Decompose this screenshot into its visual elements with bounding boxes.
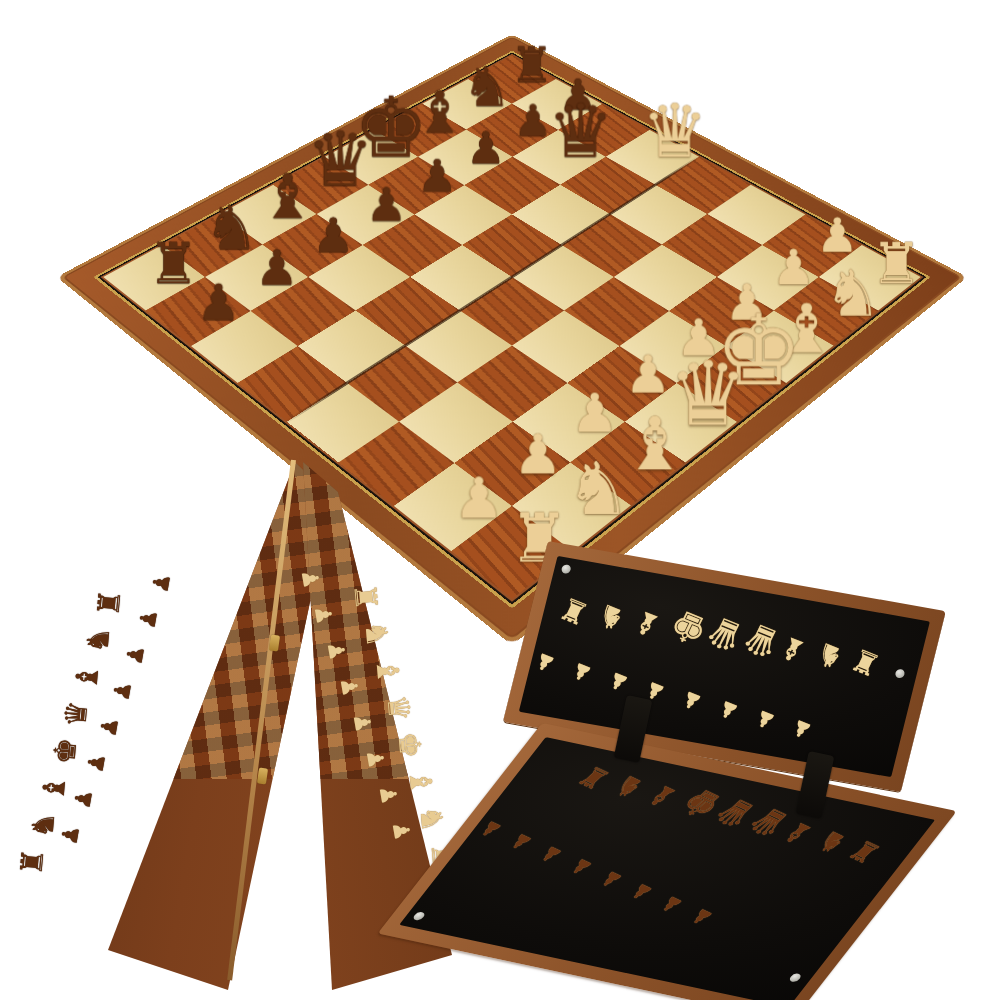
stored-piece-dark-pawn: ♟ xyxy=(505,831,535,853)
magnetic-piece-dark-rook: ♜ xyxy=(93,588,125,617)
stored-piece-dark-pawn: ♟ xyxy=(536,843,566,865)
black-pawn[interactable]: ♟ xyxy=(311,212,353,259)
magnetic-piece-dark-pawn: ♟ xyxy=(97,715,122,738)
magnetic-piece-light-pawn: ♟ xyxy=(388,819,413,842)
stored-piece-light-knight: ♞ xyxy=(810,637,848,674)
white-pawn[interactable]: ♟ xyxy=(624,348,671,400)
black-pawn[interactable]: ♟ xyxy=(417,152,458,197)
magnetic-piece-dark-knight: ♞ xyxy=(82,625,114,654)
magnetic-piece-light-pawn: ♟ xyxy=(336,675,361,698)
black-queen[interactable]: ♛ xyxy=(547,95,613,169)
black-knight[interactable]: ♞ xyxy=(462,60,511,115)
magnetic-piece-light-knight: ♞ xyxy=(360,619,392,648)
stored-piece-dark-pawn: ♟ xyxy=(656,893,686,915)
black-rook[interactable]: ♜ xyxy=(148,235,199,292)
magnetic-piece-light-pawn: ♟ xyxy=(362,747,387,770)
magnetic-piece-dark-pawn: ♟ xyxy=(84,751,109,774)
stored-piece-dark-pawn: ♟ xyxy=(566,856,596,878)
black-rook[interactable]: ♜ xyxy=(510,41,554,90)
magnetic-piece-light-pawn: ♟ xyxy=(297,567,322,590)
magnetic-piece-dark-pawn: ♟ xyxy=(110,679,135,702)
product-photo: ♜♞♝♛♚♝♞♜♟♟♟♟♟♟♟♟♛♛♟♟♟♟♟♟♟♟♜♞♝♛♚♝♞♜ ♜♞♝♛♚… xyxy=(0,0,1000,1000)
white-pawn[interactable]: ♟ xyxy=(771,243,814,291)
stored-piece-light-pawn: ♟ xyxy=(715,696,741,722)
black-queen[interactable]: ♛ xyxy=(307,122,375,198)
magnetic-piece-light-pawn: ♟ xyxy=(310,603,335,626)
magnetic-piece-dark-bishop: ♝ xyxy=(38,773,70,802)
stored-piece-light-rook: ♜ xyxy=(847,643,885,680)
square-h5[interactable]: ♛ xyxy=(606,130,700,185)
magnetic-piece-light-king: ♚ xyxy=(393,730,425,759)
white-pawn[interactable]: ♟ xyxy=(513,427,562,482)
stored-piece-dark-pawn: ♟ xyxy=(686,906,716,928)
black-pawn[interactable]: ♟ xyxy=(513,98,552,141)
white-queen[interactable]: ♛ xyxy=(642,95,708,169)
stored-piece-light-rook: ♜ xyxy=(555,592,593,629)
magnetic-piece-light-queen: ♛ xyxy=(382,693,414,722)
white-pawn[interactable]: ♟ xyxy=(816,212,858,259)
stored-piece-dark-rook: ♜ xyxy=(843,836,886,867)
stored-piece-dark-pawn: ♟ xyxy=(596,868,626,890)
magnetic-piece-dark-rook: ♜ xyxy=(16,847,48,876)
stored-piece-light-pawn: ♟ xyxy=(789,715,815,741)
magnetic-piece-light-pawn: ♟ xyxy=(349,711,374,734)
magnetic-piece-dark-pawn: ♟ xyxy=(71,787,96,810)
black-pawn[interactable]: ♟ xyxy=(255,243,298,291)
black-knight[interactable]: ♞ xyxy=(204,198,259,259)
magnetic-piece-dark-bishop: ♝ xyxy=(71,662,103,691)
stored-piece-light-pawn: ♟ xyxy=(679,687,705,713)
magnetic-piece-dark-knight: ♞ xyxy=(27,810,59,839)
magnet-icon xyxy=(788,973,803,983)
stored-piece-light-knight: ♞ xyxy=(592,598,630,635)
magnetic-piece-dark-king: ♚ xyxy=(49,736,81,765)
stored-piece-light-pawn: ♟ xyxy=(532,649,558,675)
stored-piece-dark-pawn: ♟ xyxy=(475,818,505,840)
stored-piece-light-pawn: ♟ xyxy=(752,706,778,732)
magnet-icon xyxy=(561,564,572,574)
white-bishop[interactable]: ♝ xyxy=(622,408,688,481)
stored-piece-light-pawn: ♟ xyxy=(568,658,594,684)
stored-piece-dark-pawn: ♟ xyxy=(626,881,656,903)
black-bishop[interactable]: ♝ xyxy=(260,166,315,228)
stored-piece-light-bishop: ♝ xyxy=(628,605,666,642)
magnet-icon xyxy=(412,911,427,921)
magnetic-piece-dark-pawn: ♟ xyxy=(58,823,83,846)
magnetic-piece-light-pawn: ♟ xyxy=(375,783,400,806)
magnetic-piece-dark-pawn: ♟ xyxy=(123,643,148,666)
checker-pattern xyxy=(0,450,480,779)
black-pawn[interactable]: ♟ xyxy=(365,181,407,227)
magnetic-piece-light-pawn: ♟ xyxy=(323,639,348,662)
black-pawn[interactable]: ♟ xyxy=(466,125,506,169)
white-pawn[interactable]: ♟ xyxy=(570,386,618,439)
magnetic-piece-light-bishop: ♝ xyxy=(371,656,403,685)
magnetic-piece-dark-pawn: ♟ xyxy=(149,571,174,594)
black-pawn[interactable]: ♟ xyxy=(196,276,241,326)
magnetic-piece-light-rook: ♜ xyxy=(349,582,381,611)
storage-box-view: ♜♞♝♚♛♛♝♞♜♟♟♟♟♟♟♟♟ ♜♞♝♚♛♛♝♞♜♟♟♟♟♟♟♟♟ xyxy=(430,515,1000,1000)
magnetic-piece-dark-pawn: ♟ xyxy=(136,607,161,630)
stored-piece-light-pawn: ♟ xyxy=(605,668,631,694)
magnetic-piece-dark-queen: ♛ xyxy=(60,699,92,728)
magnet-icon xyxy=(894,668,905,678)
